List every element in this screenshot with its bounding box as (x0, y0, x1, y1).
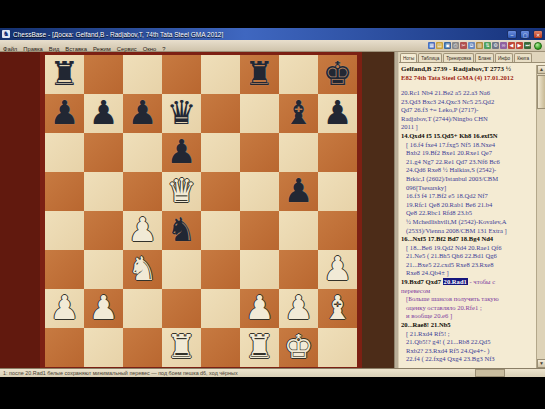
move-text[interactable]: 21.Qb5!? g4! ( 21...Rb8 22.Qd5 (406, 338, 490, 345)
square-e5[interactable] (201, 172, 240, 211)
chess-board[interactable]: ♜♜♚♟♟♟♛♝♟♟♛♟♟♞♞♟♟♟♟♟♝♜♜♚ (45, 55, 357, 367)
notation-line[interactable]: 22.f4 ( 22.fxg4 Qxg4 23.Bg3 Nf3 (401, 355, 536, 364)
move-text[interactable]: 20.Rc1 Nb4 21.Be2 a5 22.a3 Na6 (401, 89, 490, 96)
square-d1[interactable]: ♜ (162, 328, 201, 367)
square-c6[interactable] (123, 133, 162, 172)
square-c2[interactable] (123, 289, 162, 328)
end-icon[interactable]: ⏭ (524, 42, 531, 49)
square-a8[interactable]: ♜ (45, 55, 84, 94)
menu-item-Вид[interactable]: Вид (49, 46, 60, 52)
white-pawn[interactable]: ♟ (45, 289, 84, 328)
move-text[interactable]: Rxe8 24.Qb4± ] (406, 269, 449, 276)
square-c8[interactable] (123, 55, 162, 94)
board-pane: ♜♜♚♟♟♟♛♝♟♟♛♟♟♞♞♟♟♟♟♟♝♜♜♚ (0, 52, 394, 368)
square-g6[interactable] (279, 133, 318, 172)
notation-panel: НотыТаблицаТренировкаБланкИнфоКнига Gelf… (398, 52, 545, 368)
notation-line[interactable]: [ 18...Be6 19.Qd2 Nd4 20.Rae1 Qf6 (401, 244, 536, 253)
move-text[interactable]: - чтобы с (468, 278, 495, 285)
status-bar: 1: после 20.Rad1 белые сохраняют минимал… (0, 368, 545, 377)
square-e8[interactable] (201, 55, 240, 94)
square-a1[interactable] (45, 328, 84, 367)
move-list[interactable]: 20.Rc1 Nb4 21.Be2 a5 22.a3 Na623.Qd3 Bxc… (401, 89, 536, 365)
letterbox-top (0, 0, 545, 28)
notation-line[interactable]: Radjabov,T (2744)/Ningbo CHN (401, 115, 536, 124)
move-text[interactable]: 24.Qd6 Rxe8 ½ Halkias,S (2542)- (406, 166, 496, 173)
notation-line[interactable]: Brkic,I (2602)/Istanbul 2003/CBM (401, 175, 536, 184)
square-d3[interactable] (162, 250, 201, 289)
square-g4[interactable] (279, 211, 318, 250)
move-text[interactable]: 19.Rfc1 Qe8 20.Rab1 Be6 21.b4 (406, 201, 492, 208)
square-f6[interactable] (240, 133, 279, 172)
notation-line[interactable]: 19.Rfc1 Qe8 20.Rab1 Be6 21.b4 (401, 201, 536, 210)
white-queen[interactable]: ♛ (162, 172, 201, 211)
square-c5[interactable] (123, 172, 162, 211)
square-e3[interactable] (201, 250, 240, 289)
flip-board-icon[interactable]: ⇅ (484, 42, 491, 49)
print-icon[interactable]: ⎙ (452, 42, 459, 49)
square-h1[interactable] (318, 328, 357, 367)
tab-Книга[interactable]: Книга (514, 53, 532, 62)
tab-Таблица[interactable]: Таблица (418, 53, 442, 62)
toolbar: ▦▤▣⎙✂⧉▥⇅⚙∞◀▶⏭ (428, 42, 531, 49)
move-text[interactable]: Brkic,I (2602)/Istanbul 2003/CBM (406, 175, 498, 182)
square-a6[interactable] (45, 133, 84, 172)
white-bishop[interactable]: ♝ (318, 289, 357, 328)
black-queen[interactable]: ♛ (162, 94, 201, 133)
square-d8[interactable] (162, 55, 201, 94)
black-pawn[interactable]: ♟ (123, 94, 162, 133)
white-king[interactable]: ♚ (279, 328, 318, 367)
notation-line[interactable]: 21.g4 Ng7 22.Re1 Qd7 23.Nf6 Bc6 (401, 158, 536, 167)
square-d2[interactable] (162, 289, 201, 328)
move-text[interactable]: Radjabov,T (2744)/Ningbo CHN (401, 115, 488, 122)
square-b7[interactable]: ♟ (84, 94, 123, 133)
move-text[interactable]: [Больше шансов получить такую (406, 295, 499, 302)
move-text[interactable]: 19.Bxd7 Qxd7 (401, 278, 443, 285)
square-h4[interactable] (318, 211, 357, 250)
black-knight[interactable]: ♞ (162, 211, 201, 250)
notation-line[interactable]: 14.Qxd4 f5 15.Qd5+ Kh8 16.exf5N (401, 132, 536, 141)
white-pawn[interactable]: ♟ (84, 289, 123, 328)
tab-Ноты[interactable]: Ноты (400, 53, 417, 62)
status-segment (475, 369, 505, 377)
current-move[interactable]: 20.Rad1 (443, 278, 468, 285)
white-rook[interactable]: ♜ (240, 328, 279, 367)
black-king[interactable]: ♚ (318, 55, 357, 94)
notation-line[interactable]: 24.Qd6 Rxe8 ½ Halkias,S (2542)- (401, 166, 536, 175)
square-e4[interactable] (201, 211, 240, 250)
paste-icon[interactable]: ▥ (476, 42, 483, 49)
notation-line[interactable]: 21.Ne5 ( 21.Bh5 Qh6 22.Bd1 Qg6 (401, 252, 536, 261)
new-board-icon[interactable]: ▦ (428, 42, 435, 49)
status-text: 1: после 20.Rad1 белые сохраняют минимал… (0, 370, 475, 376)
move-text[interactable]: 16...Nxf5 17.Bf2 Bd7 18.Bg4 Nd4 (401, 235, 493, 242)
square-d7[interactable]: ♛ (162, 94, 201, 133)
move-text[interactable]: и вообще 20.e6 ] (406, 312, 452, 319)
white-pawn[interactable]: ♟ (318, 250, 357, 289)
menu-item-Окно[interactable]: Окно (143, 46, 156, 52)
black-bishop[interactable]: ♝ (279, 94, 318, 133)
back-icon[interactable]: ◀ (508, 42, 515, 49)
save-icon[interactable]: ▣ (444, 42, 451, 49)
analysis-icon[interactable]: ∞ (500, 42, 507, 49)
players-line: Gelfand,B 2739 - Radjabov,T 2773 ½ (401, 65, 535, 73)
square-e2[interactable] (201, 289, 240, 328)
square-c4[interactable]: ♟ (123, 211, 162, 250)
notation-line[interactable]: 16...Nxf5 17.Bf2 Bd7 18.Bg4 Nd4 (401, 235, 536, 244)
game-header: Gelfand,B 2739 - Radjabov,T 2773 ½ E82 7… (401, 65, 535, 81)
notation-line[interactable]: [Больше шансов получить такую (401, 295, 536, 304)
move-text[interactable]: 21...Bxe5 22.cxd5 Rxe8 23.Rxe8 (406, 261, 494, 268)
square-h8[interactable]: ♚ (318, 55, 357, 94)
square-f7[interactable] (240, 94, 279, 133)
notation-line[interactable]: 21.Qb5!? g4! ( 21...Rb8 22.Qd5 (401, 338, 536, 347)
square-a2[interactable]: ♟ (45, 289, 84, 328)
notation-line[interactable]: 20.Rc1 Nb4 21.Be2 a5 22.a3 Na6 (401, 89, 536, 98)
square-b3[interactable] (84, 250, 123, 289)
notation-line[interactable]: 20...Rae8! 21.Nb5 (401, 321, 536, 330)
vertical-scrollbar[interactable]: ▲ ▼ (536, 65, 545, 368)
square-h7[interactable]: ♟ (318, 94, 357, 133)
black-pawn[interactable]: ♟ (84, 94, 123, 133)
square-g2[interactable]: ♟ (279, 289, 318, 328)
square-b1[interactable] (84, 328, 123, 367)
move-text[interactable]: Qd7 26.f3 += Leko,P (2717)- (401, 106, 479, 113)
letterbox-bottom (0, 377, 545, 409)
menu-item-Файл[interactable]: Файл (3, 46, 17, 52)
move-text[interactable]: 16.f3 f4 17.Bf2 e5 18.Qd2 Nf7 (406, 192, 488, 199)
move-text[interactable]: [ 18...Be6 19.Qd2 Nd4 20.Rae1 Qf6 (406, 244, 502, 251)
minimize-button[interactable]: – (507, 30, 517, 39)
square-a5[interactable] (45, 172, 84, 211)
engine-status-icon[interactable] (534, 42, 542, 50)
notation-line[interactable]: Rxe8 24.Qb4± ] (401, 269, 536, 278)
square-f2[interactable]: ♟ (240, 289, 279, 328)
square-c7[interactable]: ♟ (123, 94, 162, 133)
menu-bar: ФайлПравкаВидВставкаРежимСервисОкно? ▦▤▣… (0, 40, 545, 52)
square-h2[interactable]: ♝ (318, 289, 357, 328)
move-text[interactable]: 2011 ] (401, 123, 418, 130)
square-a3[interactable] (45, 250, 84, 289)
event-line: E82 74th Tata Steel GMA (4) 17.01.2012 (401, 74, 535, 81)
square-e1[interactable] (201, 328, 240, 367)
move-text[interactable]: 22.f4 ( 22.fxg4 Qxg4 23.Bg3 Nf3 (406, 355, 495, 362)
scroll-up-icon[interactable]: ▲ (537, 65, 545, 74)
notation-line[interactable]: 19.Bxd7 Qxd7 20.Rad1 - чтобы с (401, 278, 536, 287)
move-text[interactable]: перевесом (401, 287, 430, 294)
white-pawn[interactable]: ♟ (123, 211, 162, 250)
move-text[interactable]: 14.Qxd4 f5 15.Qd5+ Kh8 16.exf5N (401, 132, 498, 139)
close-button[interactable]: ✕ (533, 30, 543, 39)
notation-line[interactable]: [ 21.Rxd4 Rf5! ; (401, 330, 536, 339)
square-h3[interactable]: ♟ (318, 250, 357, 289)
square-a7[interactable]: ♟ (45, 94, 84, 133)
square-e6[interactable] (201, 133, 240, 172)
square-f5[interactable] (240, 172, 279, 211)
menu-item-Правка[interactable]: Правка (23, 46, 43, 52)
square-h6[interactable] (318, 133, 357, 172)
move-text[interactable]: 20...Rae8! 21.Nb5 (401, 321, 451, 328)
notation-line[interactable]: и вообще 20.e6 ] (401, 312, 536, 321)
notation-line[interactable]: 2011 ] (401, 123, 536, 132)
move-text[interactable]: 21.g4 Ng7 22.Re1 Qd7 23.Nf6 Bc6 (406, 158, 500, 165)
black-pawn[interactable]: ♟ (45, 94, 84, 133)
move-text[interactable]: 21.Ne5 ( 21.Bh5 Qh6 22.Bd1 Qg6 (406, 252, 497, 259)
square-b5[interactable] (84, 172, 123, 211)
move-text[interactable]: [ 16.f4 fxe4 17.fxg5 Nf5 18.Nxe4 (406, 141, 495, 148)
black-rook[interactable]: ♜ (240, 55, 279, 94)
notation-line[interactable]: 096[Tsesarsky] (401, 184, 536, 193)
notation-line[interactable]: ½ Mchedlishvili,M (2542)-Kovalev,A (401, 218, 536, 227)
square-b8[interactable] (84, 55, 123, 94)
menu-item-Вставка[interactable]: Вставка (65, 46, 87, 52)
notation-line[interactable]: Bxb2 19.Bf2 Bxe1 20.Rxe1 Qe7 (401, 149, 536, 158)
notation-line[interactable]: 21...Bxe5 22.cxd5 Rxe8 23.Rxe8 (401, 261, 536, 270)
square-f4[interactable] (240, 211, 279, 250)
move-text[interactable]: [ 21.Rxd4 Rf5! ; (406, 330, 450, 337)
notation-line[interactable]: оценку оставляло 20.Rfe1 ; (401, 304, 536, 313)
copy-icon[interactable]: ⧉ (468, 42, 475, 49)
square-f3[interactable] (240, 250, 279, 289)
move-text[interactable]: (2533)/Vienna 2008/CBM 131 Extra ] (406, 227, 507, 234)
black-rook[interactable]: ♜ (45, 55, 84, 94)
notation-line[interactable]: 16.f3 f4 17.Bf2 e5 18.Qd2 Nf7 (401, 192, 536, 201)
square-a4[interactable] (45, 211, 84, 250)
square-c1[interactable] (123, 328, 162, 367)
black-pawn[interactable]: ♟ (318, 94, 357, 133)
square-g3[interactable] (279, 250, 318, 289)
move-text[interactable]: 23.Qd3 Bxc3 24.Qxc3 Nc5 25.Qd2 (401, 98, 494, 105)
white-rook[interactable]: ♜ (162, 328, 201, 367)
notation-line[interactable]: 23.Qd3 Bxc3 24.Qxc3 Nc5 25.Qd2 (401, 98, 536, 107)
move-text[interactable]: оценку оставляло 20.Rfe1 ; (406, 304, 482, 311)
square-e7[interactable] (201, 94, 240, 133)
move-text[interactable]: ½ Mchedlishvili,M (2542)-Kovalev,A (406, 218, 506, 225)
square-h5[interactable] (318, 172, 357, 211)
notation-line[interactable]: (2533)/Vienna 2008/CBM 131 Extra ] (401, 227, 536, 236)
square-d5[interactable]: ♛ (162, 172, 201, 211)
move-text[interactable]: Bxb2 19.Bf2 Bxe1 20.Rxe1 Qe7 (406, 149, 492, 156)
notation-line[interactable]: [ 16.f4 fxe4 17.fxg5 Nf5 18.Nxe4 (401, 141, 536, 150)
square-f1[interactable]: ♜ (240, 328, 279, 367)
cut-icon[interactable]: ✂ (460, 42, 467, 49)
square-b2[interactable]: ♟ (84, 289, 123, 328)
engine-icon[interactable]: ⚙ (492, 42, 499, 49)
notation-tabs: НотыТаблицаТренировкаБланкИнфоКнига (399, 52, 545, 63)
menu-item-Сервис[interactable]: Сервис (117, 46, 137, 52)
square-g5[interactable]: ♟ (279, 172, 318, 211)
move-text[interactable]: Qe8 22.Rbc1 Rfd8 23.b5 (406, 209, 472, 216)
square-g8[interactable] (279, 55, 318, 94)
white-knight[interactable]: ♞ (123, 250, 162, 289)
scrollbar-thumb[interactable] (537, 75, 545, 109)
notation-line[interactable]: перевесом (401, 287, 536, 296)
black-pawn[interactable]: ♟ (162, 133, 201, 172)
square-f8[interactable]: ♜ (240, 55, 279, 94)
notation-line[interactable]: Rxb2? 23.Rxd4 Rf5 24.Qe4+- ) (401, 347, 536, 356)
maximize-button[interactable]: ▢ (520, 30, 530, 39)
square-d4[interactable]: ♞ (162, 211, 201, 250)
open-icon[interactable]: ▤ (436, 42, 443, 49)
tab-Инфо[interactable]: Инфо (495, 53, 513, 62)
black-pawn[interactable]: ♟ (279, 172, 318, 211)
tab-Бланк[interactable]: Бланк (475, 53, 494, 62)
forward-icon[interactable]: ▶ (516, 42, 523, 49)
square-g7[interactable]: ♝ (279, 94, 318, 133)
tab-Тренировка[interactable]: Тренировка (443, 53, 474, 62)
square-g1[interactable]: ♚ (279, 328, 318, 367)
move-text[interactable]: 096[Tsesarsky] (406, 184, 446, 191)
menu-item-Режим[interactable]: Режим (93, 46, 111, 52)
move-text[interactable]: Rxb2? 23.Rxd4 Rf5 24.Qe4+- ) (406, 347, 490, 354)
square-b6[interactable] (84, 133, 123, 172)
notation-line[interactable]: Qe8 22.Rbc1 Rfd8 23.b5 (401, 209, 536, 218)
square-c3[interactable]: ♞ (123, 250, 162, 289)
white-pawn[interactable]: ♟ (279, 289, 318, 328)
square-b4[interactable] (84, 211, 123, 250)
square-d6[interactable]: ♟ (162, 133, 201, 172)
white-pawn[interactable]: ♟ (240, 289, 279, 328)
menu-item-?[interactable]: ? (162, 46, 165, 52)
notation-line[interactable]: Qd7 26.f3 += Leko,P (2717)- (401, 106, 536, 115)
scroll-down-icon[interactable]: ▼ (537, 359, 545, 368)
